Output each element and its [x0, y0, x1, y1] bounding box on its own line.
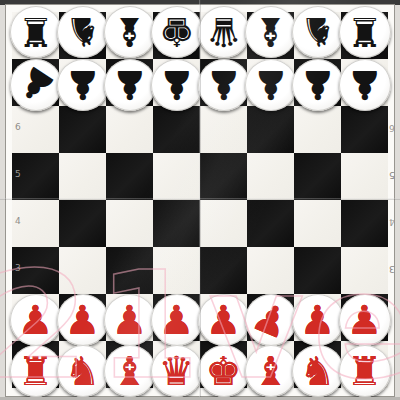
- piece-disc-g7[interactable]: ♟: [292, 59, 344, 111]
- piece-disc-f1[interactable]: ♝: [245, 345, 297, 397]
- black-pawn-icon: ♟: [206, 59, 242, 111]
- red-pawn-icon: ♟: [65, 294, 101, 346]
- square-c5[interactable]: [106, 153, 153, 200]
- red-bishop-icon: ♝: [112, 345, 148, 397]
- red-rook-icon: ♜: [18, 345, 54, 397]
- piece-disc-b8[interactable]: ♞: [57, 6, 109, 58]
- rank-label-5-right: 5: [389, 170, 395, 179]
- piece-disc-h1[interactable]: ♜: [339, 345, 391, 397]
- square-d5[interactable]: [153, 153, 200, 200]
- piece-disc-d2[interactable]: ♟: [151, 294, 203, 346]
- rank-label-4-left: 4: [15, 217, 21, 226]
- black-rook-icon: ♜: [18, 6, 54, 58]
- rank-label-4-right: 4: [389, 217, 395, 226]
- piece-disc-h8[interactable]: ♜: [339, 6, 391, 58]
- red-pawn-icon: ♟: [112, 294, 148, 346]
- black-bishop-icon: ♝: [112, 6, 148, 58]
- square-f3[interactable]: [247, 247, 294, 294]
- red-king-icon: ♚: [206, 345, 242, 397]
- black-pawn-icon: ♟: [300, 59, 336, 111]
- square-b5[interactable]: [59, 153, 106, 200]
- piece-disc-e1[interactable]: ♚: [198, 345, 250, 397]
- piece-disc-e7[interactable]: ♟: [198, 59, 250, 111]
- piece-disc-e8[interactable]: ♛: [198, 6, 250, 58]
- piece-disc-f7[interactable]: ♟: [245, 59, 297, 111]
- black-queen-icon: ♛: [206, 6, 242, 58]
- red-knight-icon: ♞: [300, 345, 336, 397]
- black-pawn-icon: ♟: [253, 59, 289, 111]
- square-e4[interactable]: [200, 200, 247, 247]
- piece-disc-c2[interactable]: ♟: [104, 294, 156, 346]
- red-pawn-icon: ♟: [159, 294, 195, 346]
- square-h4[interactable]: [341, 200, 388, 247]
- black-pawn-icon: ♟: [65, 59, 101, 111]
- square-f5[interactable]: [247, 153, 294, 200]
- piece-disc-e2[interactable]: ♟: [198, 294, 250, 346]
- square-h3[interactable]: [341, 247, 388, 294]
- red-pawn-icon: ♟: [206, 294, 242, 346]
- black-rook-icon: ♜: [347, 6, 383, 58]
- square-e6[interactable]: [200, 106, 247, 153]
- piece-disc-b7[interactable]: ♟: [57, 59, 109, 111]
- piece-disc-g8[interactable]: ♞: [292, 6, 344, 58]
- red-knight-icon: ♞: [65, 345, 101, 397]
- square-c4[interactable]: [106, 200, 153, 247]
- square-e3[interactable]: [200, 247, 247, 294]
- piece-disc-f2[interactable]: ♟: [245, 294, 297, 346]
- rank-label-6-right: 6: [389, 123, 395, 132]
- piece-disc-c8[interactable]: ♝: [104, 6, 156, 58]
- square-c3[interactable]: [106, 247, 153, 294]
- rank-label-6-left: 6: [15, 123, 21, 132]
- piece-disc-d1[interactable]: ♛: [151, 345, 203, 397]
- black-knight-icon: ♞: [300, 6, 336, 58]
- black-bishop-icon: ♝: [253, 6, 289, 58]
- black-knight-icon: ♞: [65, 6, 101, 58]
- red-rook-icon: ♜: [347, 345, 383, 397]
- square-h6[interactable]: [341, 106, 388, 153]
- black-pawn-icon: ♟: [112, 59, 148, 111]
- square-d6[interactable]: [153, 106, 200, 153]
- piece-disc-b2[interactable]: ♟: [57, 294, 109, 346]
- piece-disc-a2[interactable]: ♟: [10, 294, 62, 346]
- square-g3[interactable]: [294, 247, 341, 294]
- piece-disc-c7[interactable]: ♟: [104, 59, 156, 111]
- square-f4[interactable]: [247, 200, 294, 247]
- chess-board-photo: 66554433 ♜♞♝♚♛♝♞♜♟♟♟♟♟♟♟♟♟♟♟♟♟♟♟♟♜♞♝♛♚♝♞…: [0, 0, 400, 400]
- piece-disc-g1[interactable]: ♞: [292, 345, 344, 397]
- square-b3[interactable]: [59, 247, 106, 294]
- square-b4[interactable]: [59, 200, 106, 247]
- square-g4[interactable]: [294, 200, 341, 247]
- square-d4[interactable]: [153, 200, 200, 247]
- piece-disc-a7[interactable]: ♟: [10, 59, 62, 111]
- piece-disc-a1[interactable]: ♜: [10, 345, 62, 397]
- piece-disc-f8[interactable]: ♝: [245, 6, 297, 58]
- piece-disc-a8[interactable]: ♜: [10, 6, 62, 58]
- piece-disc-d7[interactable]: ♟: [151, 59, 203, 111]
- black-pawn-icon: ♟: [159, 59, 195, 111]
- square-f6[interactable]: [247, 106, 294, 153]
- piece-disc-d8[interactable]: ♚: [151, 6, 203, 58]
- square-b6[interactable]: [59, 106, 106, 153]
- piece-disc-c1[interactable]: ♝: [104, 345, 156, 397]
- black-pawn-icon: ♟: [347, 59, 383, 111]
- piece-disc-b1[interactable]: ♞: [57, 345, 109, 397]
- square-g6[interactable]: [294, 106, 341, 153]
- red-pawn-icon: ♟: [347, 294, 383, 346]
- piece-disc-h2[interactable]: ♟: [339, 294, 391, 346]
- square-c6[interactable]: [106, 106, 153, 153]
- red-bishop-icon: ♝: [253, 345, 289, 397]
- red-pawn-icon: ♟: [18, 294, 54, 346]
- rank-label-3-right: 3: [389, 264, 395, 273]
- piece-disc-g2[interactable]: ♟: [292, 294, 344, 346]
- rank-label-3-left: 3: [15, 264, 21, 273]
- black-king-icon: ♚: [159, 6, 195, 58]
- square-d3[interactable]: [153, 247, 200, 294]
- red-queen-icon: ♛: [159, 345, 195, 397]
- piece-disc-h7[interactable]: ♟: [339, 59, 391, 111]
- square-e5[interactable]: [200, 153, 247, 200]
- rank-label-5-left: 5: [15, 170, 21, 179]
- square-g5[interactable]: [294, 153, 341, 200]
- red-pawn-icon: ♟: [300, 294, 336, 346]
- square-h5[interactable]: [341, 153, 388, 200]
